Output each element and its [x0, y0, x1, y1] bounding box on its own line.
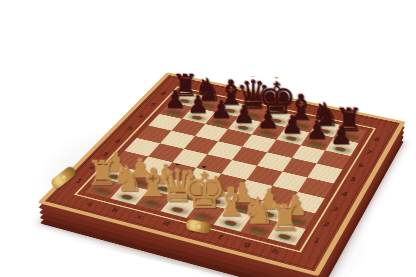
chess-board: ♜♞♝♛♚♝♞♜♟♟♟♟♟♟♟♟♟♟♟♟♟♟♟♟♜♞♝♛♚♝♞♜	[85, 91, 366, 246]
piece-black-pawn[interactable]: ♟	[299, 123, 384, 149]
piece-white-rook[interactable]: ♜	[237, 199, 333, 235]
piece-finial	[176, 160, 181, 165]
product-photo-stage: abcdefgh 87654321 87654321 ♜♞♝♛♚♝♞♜♟♟♟♟♟…	[0, 0, 416, 277]
coordinate-label: g	[231, 237, 264, 252]
coordinate-label: a	[74, 197, 105, 210]
piece-finial	[203, 159, 206, 168]
piece-finial	[276, 71, 279, 79]
square-h1[interactable]: ♜	[268, 222, 306, 245]
coordinate-label: h	[259, 244, 292, 259]
